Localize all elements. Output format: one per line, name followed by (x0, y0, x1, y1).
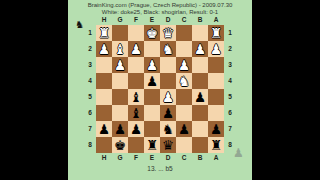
square-b4[interactable] (192, 73, 208, 89)
square-d7[interactable]: ♞ (160, 121, 176, 137)
rank-label-4: 4 (85, 73, 95, 89)
square-b6[interactable] (192, 105, 208, 121)
square-c3[interactable]: ♟ (176, 57, 192, 73)
file-label-e: E (144, 16, 160, 24)
square-d3[interactable] (160, 57, 176, 73)
square-c6[interactable] (176, 105, 192, 121)
square-d4[interactable] (160, 73, 176, 89)
square-e7[interactable] (144, 121, 160, 137)
square-h6[interactable] (96, 105, 112, 121)
square-d8[interactable]: ♛ (160, 137, 176, 153)
square-g4[interactable] (112, 73, 128, 89)
file-label-g: G (112, 154, 128, 162)
white-rook-piece: ♜ (210, 25, 222, 41)
square-h5[interactable] (96, 89, 112, 105)
square-g1[interactable] (112, 25, 128, 41)
black-pawn-piece: ♟ (146, 73, 158, 89)
rank-label-3: 3 (225, 57, 235, 73)
square-e4[interactable]: ♟ (144, 73, 160, 89)
rank-label-2: 2 (85, 41, 95, 57)
white-queen-piece: ♛ (162, 25, 174, 41)
square-b1[interactable] (192, 25, 208, 41)
square-g7[interactable]: ♟ (112, 121, 128, 137)
square-c2[interactable] (176, 41, 192, 57)
square-a3[interactable] (208, 57, 224, 73)
white-rook-piece: ♜ (98, 25, 110, 41)
video-frame: BrainKing.com (Prague, Czech Republic) -… (0, 0, 320, 180)
square-e8[interactable]: ♜ (144, 137, 160, 153)
event-title: BrainKing.com (Prague, Czech Republic) -… (68, 2, 252, 9)
white-pawn-piece: ♟ (178, 57, 190, 73)
black-pawn-piece: ♟ (178, 121, 190, 137)
square-f6[interactable]: ♝ (128, 105, 144, 121)
rank-label-1: 1 (85, 25, 95, 41)
white-king-piece: ♚ (146, 25, 158, 41)
square-b5[interactable]: ♟ (192, 89, 208, 105)
white-knight-piece: ♞ (162, 41, 174, 57)
file-label-a: A (208, 154, 224, 162)
rank-labels-left: 12345678 (85, 25, 95, 153)
square-h2[interactable]: ♟ (96, 41, 112, 57)
square-e6[interactable] (144, 105, 160, 121)
file-label-g: G (112, 16, 128, 24)
rank-label-1: 1 (225, 25, 235, 41)
file-label-d: D (160, 154, 176, 162)
square-a5[interactable] (208, 89, 224, 105)
white-pawn-piece: ♟ (98, 41, 110, 57)
square-h7[interactable]: ♟ (96, 121, 112, 137)
rank-label-7: 7 (85, 121, 95, 137)
square-a2[interactable]: ♟ (208, 41, 224, 57)
black-pawn-piece: ♟ (114, 121, 126, 137)
square-d2[interactable]: ♞ (160, 41, 176, 57)
square-d1[interactable]: ♛ (160, 25, 176, 41)
file-label-h: H (96, 154, 112, 162)
square-f1[interactable] (128, 25, 144, 41)
black-rook-piece: ♜ (210, 137, 222, 153)
file-label-e: E (144, 154, 160, 162)
black-pawn-piece: ♟ (210, 121, 222, 137)
file-label-c: C (176, 154, 192, 162)
square-g5[interactable] (112, 89, 128, 105)
diagram-panel: BrainKing.com (Prague, Czech Republic) -… (68, 0, 252, 180)
rank-label-6: 6 (225, 105, 235, 121)
square-b8[interactable] (192, 137, 208, 153)
file-labels-bottom: HGFEDCBA (96, 154, 224, 162)
square-f4[interactable] (128, 73, 144, 89)
black-bishop-piece: ♝ (130, 105, 142, 121)
white-pawn-piece: ♟ (114, 57, 126, 73)
black-pawn-piece: ♟ (130, 121, 142, 137)
square-d5[interactable]: ♟ (160, 89, 176, 105)
players-result-line: White: doke25, Black: shogirlan, Result:… (68, 9, 252, 16)
rank-label-5: 5 (85, 89, 95, 105)
square-a6[interactable] (208, 105, 224, 121)
square-h3[interactable] (96, 57, 112, 73)
file-label-a: A (208, 16, 224, 24)
square-a8[interactable]: ♜ (208, 137, 224, 153)
file-label-f: F (128, 16, 144, 24)
square-f7[interactable]: ♟ (128, 121, 144, 137)
white-pawn-piece: ♟ (162, 89, 174, 105)
rank-label-8: 8 (225, 137, 235, 153)
black-knight-piece: ♞ (162, 121, 174, 137)
square-c8[interactable] (176, 137, 192, 153)
black-pawn-piece: ♟ (162, 105, 174, 121)
right-black-bar (252, 0, 320, 180)
square-e2[interactable] (144, 41, 160, 57)
file-label-b: B (192, 154, 208, 162)
move-caption: 13. ... b5 (68, 165, 252, 172)
rank-label-3: 3 (85, 57, 95, 73)
square-h8[interactable] (96, 137, 112, 153)
white-pawn-piece: ♟ (210, 41, 222, 57)
square-b3[interactable] (192, 57, 208, 73)
square-g2[interactable]: ♝ (112, 41, 128, 57)
square-f8[interactable] (128, 137, 144, 153)
square-a1[interactable]: ♜ (208, 25, 224, 41)
square-c5[interactable] (176, 89, 192, 105)
file-label-h: H (96, 16, 112, 24)
square-h1[interactable]: ♜ (96, 25, 112, 41)
black-king-piece: ♚ (114, 137, 126, 153)
square-g3[interactable]: ♟ (112, 57, 128, 73)
white-bishop-piece: ♝ (114, 41, 126, 57)
black-pawn-piece: ♟ (98, 121, 110, 137)
file-labels-top: HGFEDCBA (96, 16, 224, 24)
square-e5[interactable] (144, 89, 160, 105)
white-pawn-piece: ♟ (130, 41, 142, 57)
rank-label-5: 5 (225, 89, 235, 105)
black-bishop-piece: ♝ (130, 89, 142, 105)
square-f2[interactable]: ♟ (128, 41, 144, 57)
black-knight-icon: ♞ (75, 20, 84, 30)
rank-label-4: 4 (225, 73, 235, 89)
rank-label-6: 6 (85, 105, 95, 121)
file-label-c: C (176, 16, 192, 24)
file-label-f: F (128, 154, 144, 162)
rank-label-8: 8 (85, 137, 95, 153)
square-b2[interactable]: ♟ (192, 41, 208, 57)
white-pawn-piece: ♟ (146, 57, 158, 73)
square-g6[interactable] (112, 105, 128, 121)
white-knight-piece: ♞ (178, 73, 190, 89)
left-black-bar (0, 0, 68, 180)
rank-label-2: 2 (225, 41, 235, 57)
rank-label-7: 7 (225, 121, 235, 137)
black-queen-piece: ♛ (162, 137, 174, 153)
square-h4[interactable] (96, 73, 112, 89)
square-f3[interactable] (128, 57, 144, 73)
black-pawn-piece: ♟ (194, 89, 206, 105)
chess-board: ♜♚♛♜♟♝♟♞♟♟♟♟♟♟♞♝♟♟♝♟♟♟♟♞♟♟♚♜♛♜ (96, 25, 224, 153)
rank-labels-right: 12345678 (225, 25, 235, 153)
black-rook-piece: ♜ (146, 137, 158, 153)
square-d6[interactable]: ♟ (160, 105, 176, 121)
square-c4[interactable]: ♞ (176, 73, 192, 89)
square-e3[interactable]: ♟ (144, 57, 160, 73)
square-a7[interactable]: ♟ (208, 121, 224, 137)
square-c1[interactable] (176, 25, 192, 41)
file-label-b: B (192, 16, 208, 24)
square-g8[interactable]: ♚ (112, 137, 128, 153)
file-label-d: D (160, 16, 176, 24)
white-pawn-piece: ♟ (194, 41, 206, 57)
square-f5[interactable]: ♝ (128, 89, 144, 105)
square-b7[interactable] (192, 121, 208, 137)
square-c7[interactable]: ♟ (176, 121, 192, 137)
square-a4[interactable] (208, 73, 224, 89)
square-e1[interactable]: ♚ (144, 25, 160, 41)
